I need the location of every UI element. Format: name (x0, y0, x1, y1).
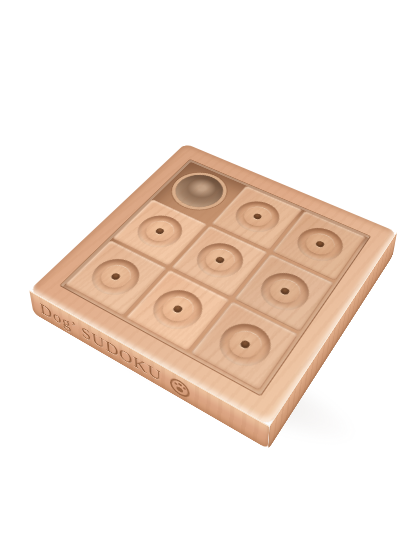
cell-r1c2 (234, 254, 334, 333)
recess-inner-disc (157, 293, 198, 326)
treat-recess (210, 316, 280, 374)
paw-toe-icon (174, 381, 177, 385)
treat-recess (227, 196, 287, 238)
recess-inner-disc (201, 246, 240, 275)
product-photo: Dog’ SUDOKU (0, 0, 420, 534)
treat-bowl (166, 169, 232, 214)
sliding-block[interactable] (191, 302, 298, 391)
sliding-block[interactable] (125, 270, 230, 352)
treat-recess (144, 283, 212, 336)
paw-toe-icon (178, 382, 181, 386)
sliding-block[interactable] (234, 254, 334, 333)
cell-r2c2 (191, 302, 298, 391)
recess-inner-disc (224, 327, 267, 362)
scene: Dog’ SUDOKU (0, 0, 420, 534)
paw-toe-icon (183, 386, 186, 390)
scent-hole (279, 287, 290, 296)
scent-hole (155, 227, 166, 235)
treat-recess (83, 253, 149, 302)
puzzle-board: Dog’ SUDOKU (29, 144, 397, 426)
board-top-face (29, 144, 397, 426)
recess-inner-disc (265, 276, 305, 307)
scent-hole (110, 272, 122, 281)
scent-hole (239, 339, 251, 349)
treat-recess (188, 237, 252, 284)
paw-logo-icon (170, 375, 190, 401)
scent-hole (172, 304, 184, 313)
recess-inner-disc (96, 262, 136, 292)
recess-inner-disc (301, 231, 338, 259)
scent-hole (214, 256, 225, 264)
scent-hole (252, 213, 262, 220)
treat-recess (129, 210, 191, 254)
cell-r2c1 (125, 270, 230, 352)
recess-inner-disc (239, 204, 275, 230)
scent-hole (314, 240, 325, 248)
treat-recess (252, 266, 317, 317)
treat-recess (289, 222, 350, 267)
recess-inner-disc (141, 218, 179, 245)
